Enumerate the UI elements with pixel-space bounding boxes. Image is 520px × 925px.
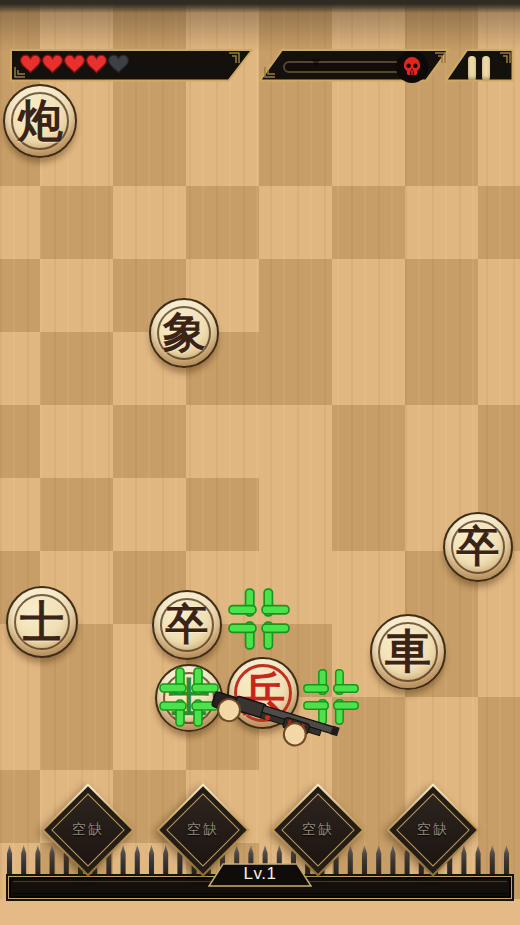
board-cell: [113, 186, 186, 259]
board-cell: [478, 0, 520, 40]
board-cell: [40, 405, 113, 478]
board-cell: [332, 113, 405, 186]
piece-soldier-center: 卒: [152, 590, 222, 660]
board-cell: [332, 259, 405, 332]
spike-icon: [502, 845, 511, 878]
heart-icon-full: [64, 54, 85, 74]
board-cell: [332, 0, 405, 40]
board-cell: [405, 0, 478, 40]
piece-character: 卒: [445, 514, 511, 580]
piece-character: 士: [8, 588, 76, 656]
board-cell: [259, 0, 332, 40]
shotgun-icon: [203, 672, 353, 757]
board-cell: [478, 770, 520, 843]
board-cell: [0, 259, 40, 332]
heart-icon-full: [42, 54, 63, 74]
board-cell: [259, 113, 332, 186]
spike-icon: [5, 845, 14, 878]
board-cell: [0, 332, 40, 405]
board-cell: [259, 405, 332, 478]
board-cell: [0, 697, 40, 770]
board-cell: [478, 624, 520, 697]
piece-elephant: 象: [149, 298, 219, 368]
board-cell: [186, 113, 259, 186]
board-cell: [40, 259, 113, 332]
item-slot-4[interactable]: 空缺: [386, 783, 480, 877]
item-slot-1[interactable]: 空缺: [41, 783, 135, 877]
spike-icon: [374, 845, 383, 878]
board-cell: [186, 186, 259, 259]
board-cell: [259, 332, 332, 405]
board-cell: [186, 0, 259, 40]
board-cell: [40, 697, 113, 770]
board-cell: [405, 259, 478, 332]
heart-icon-full: [20, 54, 41, 74]
board-cell: [186, 478, 259, 551]
spike-icon: [147, 845, 156, 878]
board-cell: [259, 478, 332, 551]
board-cell: [332, 186, 405, 259]
slot-label: 空缺: [156, 783, 250, 877]
board-cell: [405, 405, 478, 478]
board-cell: [332, 551, 405, 624]
board-cell: [478, 332, 520, 405]
board-cell: [40, 478, 113, 551]
board-cell: [0, 405, 40, 478]
slot-label: 空缺: [271, 783, 365, 877]
board-cell: [40, 332, 113, 405]
board-cell: [405, 113, 478, 186]
piece-character: 炮: [5, 86, 75, 156]
board-cell: [332, 478, 405, 551]
board-cell: [332, 405, 405, 478]
spike-icon: [488, 845, 497, 878]
piece-character: 象: [151, 300, 217, 366]
board-cell: [478, 259, 520, 332]
board-cell: [405, 186, 478, 259]
game-screen: 炮象卒士卒車士兵: [0, 0, 520, 925]
board-cell: [405, 697, 478, 770]
slot-label: 空缺: [41, 783, 135, 877]
progress-marker: [311, 59, 321, 66]
board-cell: [478, 186, 520, 259]
board-cell: [478, 405, 520, 478]
target-reticle: [227, 587, 291, 651]
piece-advisor-left: 士: [6, 586, 78, 658]
board-cell: [113, 113, 186, 186]
skull-icon: [396, 51, 428, 83]
board-cell: [186, 405, 259, 478]
slot-label: 空缺: [386, 783, 480, 877]
board-cell: [332, 332, 405, 405]
piece-character: 卒: [154, 592, 220, 658]
board-cell: [259, 259, 332, 332]
board-cell: [259, 186, 332, 259]
bottom-margin: [0, 899, 520, 925]
board-grid: [0, 0, 520, 916]
board-cell: [113, 478, 186, 551]
board-cell: [405, 332, 478, 405]
item-slot-2[interactable]: 空缺: [156, 783, 250, 877]
health-hearts: [20, 54, 129, 74]
heart-icon-full: [86, 54, 107, 74]
board-cell: [478, 697, 520, 770]
pause-icon[interactable]: [468, 56, 494, 81]
piece-chariot: 車: [370, 614, 446, 690]
board-cell: [113, 0, 186, 40]
board-cell: [0, 0, 40, 40]
board-cell: [40, 0, 113, 40]
piece-character: 車: [372, 616, 444, 688]
spike-icon: [19, 845, 28, 878]
board-cell: [0, 478, 40, 551]
item-slot-3[interactable]: 空缺: [271, 783, 365, 877]
board-cell: [40, 186, 113, 259]
heart-icon-empty: [108, 54, 129, 74]
board-cell: [0, 770, 40, 843]
board-cell: [0, 186, 40, 259]
piece-cannon: 炮: [3, 84, 77, 158]
board-cell: [113, 405, 186, 478]
piece-soldier-right: 卒: [443, 512, 513, 582]
board-cell: [478, 113, 520, 186]
